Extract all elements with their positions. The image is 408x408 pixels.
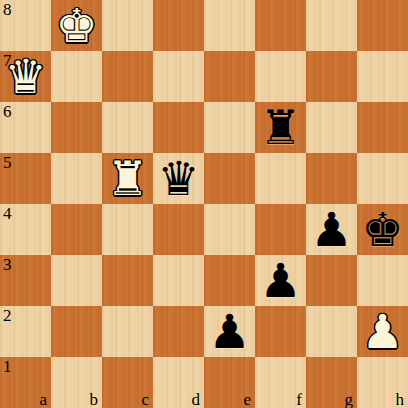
- square-c8[interactable]: [102, 0, 153, 51]
- square-c3[interactable]: [102, 255, 153, 306]
- chess-board: 8♚7♛6♜5♜♛4♟♚3♟2♟♟1abcdefgh: [0, 0, 408, 408]
- white-king[interactable]: ♚: [55, 0, 97, 51]
- square-b5[interactable]: [51, 153, 102, 204]
- square-d2[interactable]: [153, 306, 204, 357]
- square-c5[interactable]: ♜: [102, 153, 153, 204]
- square-b6[interactable]: [51, 102, 102, 153]
- square-c7[interactable]: [102, 51, 153, 102]
- file-label-b: b: [90, 391, 99, 408]
- square-f3[interactable]: ♟: [255, 255, 306, 306]
- square-d8[interactable]: [153, 0, 204, 51]
- square-a2[interactable]: 2: [0, 306, 51, 357]
- square-d3[interactable]: [153, 255, 204, 306]
- square-b4[interactable]: [51, 204, 102, 255]
- square-b3[interactable]: [51, 255, 102, 306]
- square-a5[interactable]: 5: [0, 153, 51, 204]
- square-a8[interactable]: 8: [0, 0, 51, 51]
- square-e6[interactable]: [204, 102, 255, 153]
- black-queen[interactable]: ♛: [157, 153, 199, 204]
- black-pawn[interactable]: ♟: [259, 255, 301, 306]
- square-e4[interactable]: [204, 204, 255, 255]
- rank-label-4: 4: [3, 204, 12, 223]
- square-b7[interactable]: [51, 51, 102, 102]
- square-g8[interactable]: [306, 0, 357, 51]
- square-h6[interactable]: [357, 102, 408, 153]
- square-f2[interactable]: [255, 306, 306, 357]
- square-a3[interactable]: 3: [0, 255, 51, 306]
- square-g2[interactable]: [306, 306, 357, 357]
- square-a7[interactable]: 7♛: [0, 51, 51, 102]
- square-g6[interactable]: [306, 102, 357, 153]
- file-label-h: h: [396, 391, 405, 408]
- square-e8[interactable]: [204, 0, 255, 51]
- file-label-g: g: [345, 391, 354, 408]
- square-h7[interactable]: [357, 51, 408, 102]
- white-pawn[interactable]: ♟: [361, 306, 403, 357]
- rank-label-2: 2: [3, 306, 12, 325]
- black-rook[interactable]: ♜: [259, 102, 301, 153]
- rank-label-1: 1: [3, 357, 12, 376]
- square-d6[interactable]: [153, 102, 204, 153]
- rank-label-3: 3: [3, 255, 12, 274]
- square-f8[interactable]: [255, 0, 306, 51]
- square-g1[interactable]: g: [306, 357, 357, 408]
- square-f1[interactable]: f: [255, 357, 306, 408]
- square-c1[interactable]: c: [102, 357, 153, 408]
- square-c4[interactable]: [102, 204, 153, 255]
- file-label-a: a: [39, 391, 47, 408]
- rank-label-7: 7: [3, 51, 12, 70]
- square-h5[interactable]: [357, 153, 408, 204]
- file-label-e: e: [243, 391, 251, 408]
- square-d4[interactable]: [153, 204, 204, 255]
- square-g4[interactable]: ♟: [306, 204, 357, 255]
- square-e1[interactable]: e: [204, 357, 255, 408]
- square-b8[interactable]: ♚: [51, 0, 102, 51]
- square-e7[interactable]: [204, 51, 255, 102]
- chess-board-wrapper: 8♚7♛6♜5♜♛4♟♚3♟2♟♟1abcdefgh: [0, 0, 408, 408]
- rank-label-8: 8: [3, 0, 12, 19]
- file-label-f: f: [296, 391, 302, 408]
- square-d5[interactable]: ♛: [153, 153, 204, 204]
- square-d7[interactable]: [153, 51, 204, 102]
- square-d1[interactable]: d: [153, 357, 204, 408]
- square-g7[interactable]: [306, 51, 357, 102]
- square-f6[interactable]: ♜: [255, 102, 306, 153]
- square-f7[interactable]: [255, 51, 306, 102]
- square-a6[interactable]: 6: [0, 102, 51, 153]
- rank-label-5: 5: [3, 153, 12, 172]
- black-pawn[interactable]: ♟: [208, 306, 250, 357]
- square-c6[interactable]: [102, 102, 153, 153]
- square-e3[interactable]: [204, 255, 255, 306]
- square-g5[interactable]: [306, 153, 357, 204]
- square-f5[interactable]: [255, 153, 306, 204]
- square-h8[interactable]: [357, 0, 408, 51]
- square-b1[interactable]: b: [51, 357, 102, 408]
- square-b2[interactable]: [51, 306, 102, 357]
- black-king[interactable]: ♚: [361, 204, 403, 255]
- file-label-c: c: [141, 391, 149, 408]
- square-e2[interactable]: ♟: [204, 306, 255, 357]
- square-g3[interactable]: [306, 255, 357, 306]
- rank-label-6: 6: [3, 102, 12, 121]
- square-h1[interactable]: h: [357, 357, 408, 408]
- white-rook[interactable]: ♜: [106, 153, 148, 204]
- file-label-d: d: [192, 391, 201, 408]
- square-h3[interactable]: [357, 255, 408, 306]
- square-h2[interactable]: ♟: [357, 306, 408, 357]
- square-a4[interactable]: 4: [0, 204, 51, 255]
- square-h4[interactable]: ♚: [357, 204, 408, 255]
- black-pawn[interactable]: ♟: [310, 204, 352, 255]
- square-a1[interactable]: 1a: [0, 357, 51, 408]
- square-e5[interactable]: [204, 153, 255, 204]
- square-c2[interactable]: [102, 306, 153, 357]
- square-f4[interactable]: [255, 204, 306, 255]
